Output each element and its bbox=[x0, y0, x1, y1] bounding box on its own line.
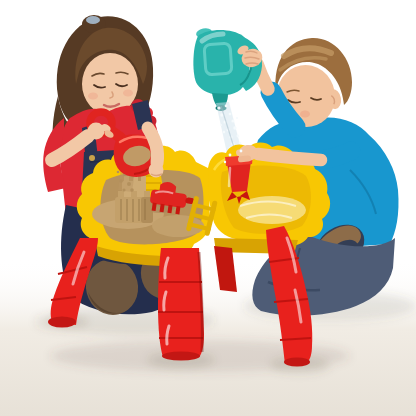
water-sheen bbox=[238, 196, 306, 224]
girl-overall-button-left bbox=[89, 155, 95, 161]
girl-hair-clip bbox=[86, 16, 100, 24]
scene-illustration bbox=[0, 0, 416, 416]
table-leg-center bbox=[158, 248, 204, 361]
boy-forearm-reaching bbox=[258, 154, 321, 160]
product-photo bbox=[0, 0, 416, 416]
